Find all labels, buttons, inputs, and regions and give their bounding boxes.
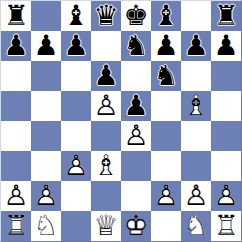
black-bishop[interactable]: ♝	[151, 1, 181, 31]
white-knight[interactable]: ♞♘	[31, 211, 61, 241]
square-d5[interactable]: ♟♙	[91, 91, 121, 121]
square-e1[interactable]: ♚♔	[121, 211, 151, 241]
square-d3[interactable]: ♝♗	[91, 151, 121, 181]
white-rook[interactable]: ♜♖	[211, 211, 241, 241]
square-e5[interactable]: ♟	[121, 91, 151, 121]
square-c1[interactable]	[61, 211, 91, 241]
black-pawn-glyph: ♟	[211, 31, 241, 61]
square-a3[interactable]	[1, 151, 31, 181]
black-pawn[interactable]: ♟	[121, 91, 151, 121]
black-knight-glyph: ♞	[121, 31, 151, 61]
white-pawn[interactable]: ♟♙	[151, 181, 181, 211]
square-c2[interactable]	[61, 181, 91, 211]
white-pawn-outline: ♙	[121, 121, 151, 151]
square-b8[interactable]	[31, 1, 61, 31]
white-queen[interactable]: ♛♕	[91, 211, 121, 241]
white-pawn-outline: ♙	[181, 181, 211, 211]
square-a6[interactable]	[1, 61, 31, 91]
white-king-outline: ♔	[121, 211, 151, 241]
square-g3[interactable]	[181, 151, 211, 181]
square-e4[interactable]: ♟♙	[121, 121, 151, 151]
black-rook-glyph: ♜	[211, 1, 241, 31]
square-h5[interactable]	[211, 91, 241, 121]
chess-board: ♜♝♛♚♝♜♟♟♟♞♟♟♟♟♞♟♙♟♝♗♟♙♟♙♝♗♟♙♟♙♟♙♟♙♟♙♜♖♞♘…	[0, 0, 242, 242]
square-g2[interactable]: ♟♙	[181, 181, 211, 211]
black-queen[interactable]: ♛	[91, 1, 121, 31]
square-h6[interactable]	[211, 61, 241, 91]
square-f4[interactable]	[151, 121, 181, 151]
white-pawn-outline: ♙	[151, 181, 181, 211]
square-d2[interactable]	[91, 181, 121, 211]
black-pawn[interactable]: ♟	[91, 61, 121, 91]
square-f7[interactable]: ♟	[151, 31, 181, 61]
black-pawn-glyph: ♟	[151, 31, 181, 61]
white-bishop-outline: ♗	[91, 151, 121, 181]
square-b7[interactable]: ♟	[31, 31, 61, 61]
white-bishop[interactable]: ♝♗	[91, 151, 121, 181]
square-f3[interactable]	[151, 151, 181, 181]
square-b1[interactable]: ♞♘	[31, 211, 61, 241]
square-a2[interactable]: ♟♙	[1, 181, 31, 211]
square-d1[interactable]: ♛♕	[91, 211, 121, 241]
square-b5[interactable]	[31, 91, 61, 121]
black-bishop-glyph: ♝	[61, 1, 91, 31]
square-g6[interactable]	[181, 61, 211, 91]
white-pawn-outline: ♙	[1, 181, 31, 211]
square-e3[interactable]	[121, 151, 151, 181]
white-pawn[interactable]: ♟♙	[211, 181, 241, 211]
white-king[interactable]: ♚♔	[121, 211, 151, 241]
black-pawn[interactable]: ♟	[1, 31, 31, 61]
square-c7[interactable]: ♟	[61, 31, 91, 61]
black-pawn-glyph: ♟	[91, 61, 121, 91]
square-b6[interactable]	[31, 61, 61, 91]
square-c8[interactable]: ♝	[61, 1, 91, 31]
square-h8[interactable]: ♜	[211, 1, 241, 31]
square-e7[interactable]: ♞	[121, 31, 151, 61]
square-g4[interactable]	[181, 121, 211, 151]
black-pawn[interactable]: ♟	[31, 31, 61, 61]
white-pawn-outline: ♙	[211, 181, 241, 211]
white-knight[interactable]: ♞♘	[181, 211, 211, 241]
black-king-glyph: ♚	[121, 1, 151, 31]
white-knight-outline: ♘	[181, 211, 211, 241]
square-h3[interactable]	[211, 151, 241, 181]
chess-board-wrapper: ♜♝♛♚♝♜♟♟♟♞♟♟♟♟♞♟♙♟♝♗♟♙♟♙♝♗♟♙♟♙♟♙♟♙♟♙♜♖♞♘…	[0, 0, 242, 242]
black-knight-glyph: ♞	[151, 61, 181, 91]
square-a5[interactable]	[1, 91, 31, 121]
black-pawn[interactable]: ♟	[181, 31, 211, 61]
black-knight[interactable]: ♞	[151, 61, 181, 91]
square-e8[interactable]: ♚	[121, 1, 151, 31]
square-a1[interactable]: ♜♖	[1, 211, 31, 241]
white-bishop[interactable]: ♝♗	[181, 91, 211, 121]
square-h4[interactable]	[211, 121, 241, 151]
white-pawn[interactable]: ♟♙	[61, 151, 91, 181]
square-g7[interactable]: ♟	[181, 31, 211, 61]
square-c5[interactable]	[61, 91, 91, 121]
square-c4[interactable]	[61, 121, 91, 151]
square-b4[interactable]	[31, 121, 61, 151]
square-g5[interactable]: ♝♗	[181, 91, 211, 121]
white-rook-outline: ♖	[211, 211, 241, 241]
square-f1[interactable]	[151, 211, 181, 241]
square-a7[interactable]: ♟	[1, 31, 31, 61]
black-pawn-glyph: ♟	[1, 31, 31, 61]
black-pawn-glyph: ♟	[121, 91, 151, 121]
black-pawn[interactable]: ♟	[61, 31, 91, 61]
square-f2[interactable]: ♟♙	[151, 181, 181, 211]
black-bishop[interactable]: ♝	[61, 1, 91, 31]
square-f6[interactable]: ♞	[151, 61, 181, 91]
white-pawn-outline: ♙	[91, 91, 121, 121]
square-a4[interactable]	[1, 121, 31, 151]
black-bishop-glyph: ♝	[151, 1, 181, 31]
black-pawn-glyph: ♟	[61, 31, 91, 61]
white-pawn[interactable]: ♟♙	[31, 181, 61, 211]
white-pawn-outline: ♙	[31, 181, 61, 211]
black-pawn[interactable]: ♟	[211, 31, 241, 61]
square-c6[interactable]	[61, 61, 91, 91]
square-d7[interactable]	[91, 31, 121, 61]
square-a8[interactable]: ♜	[1, 1, 31, 31]
black-knight[interactable]: ♞	[121, 31, 151, 61]
black-king[interactable]: ♚	[121, 1, 151, 31]
white-knight-outline: ♘	[31, 211, 61, 241]
white-pawn[interactable]: ♟♙	[1, 181, 31, 211]
black-rook[interactable]: ♜	[1, 1, 31, 31]
square-g8[interactable]	[181, 1, 211, 31]
square-h7[interactable]: ♟	[211, 31, 241, 61]
black-pawn[interactable]: ♟	[151, 31, 181, 61]
white-pawn[interactable]: ♟♙	[181, 181, 211, 211]
square-b3[interactable]	[31, 151, 61, 181]
black-rook-glyph: ♜	[1, 1, 31, 31]
white-pawn[interactable]: ♟♙	[121, 121, 151, 151]
white-pawn-outline: ♙	[61, 151, 91, 181]
white-rook[interactable]: ♜♖	[1, 211, 31, 241]
square-f8[interactable]: ♝	[151, 1, 181, 31]
black-pawn-glyph: ♟	[181, 31, 211, 61]
square-d8[interactable]: ♛	[91, 1, 121, 31]
white-queen-outline: ♕	[91, 211, 121, 241]
square-e2[interactable]	[121, 181, 151, 211]
square-e6[interactable]	[121, 61, 151, 91]
square-b2[interactable]: ♟♙	[31, 181, 61, 211]
square-f5[interactable]	[151, 91, 181, 121]
white-rook-outline: ♖	[1, 211, 31, 241]
black-queen-glyph: ♛	[91, 1, 121, 31]
square-d4[interactable]	[91, 121, 121, 151]
square-g1[interactable]: ♞♘	[181, 211, 211, 241]
square-h2[interactable]: ♟♙	[211, 181, 241, 211]
square-d6[interactable]: ♟	[91, 61, 121, 91]
white-pawn[interactable]: ♟♙	[91, 91, 121, 121]
black-rook[interactable]: ♜	[211, 1, 241, 31]
white-bishop-outline: ♗	[181, 91, 211, 121]
square-c3[interactable]: ♟♙	[61, 151, 91, 181]
black-pawn-glyph: ♟	[31, 31, 61, 61]
square-h1[interactable]: ♜♖	[211, 211, 241, 241]
